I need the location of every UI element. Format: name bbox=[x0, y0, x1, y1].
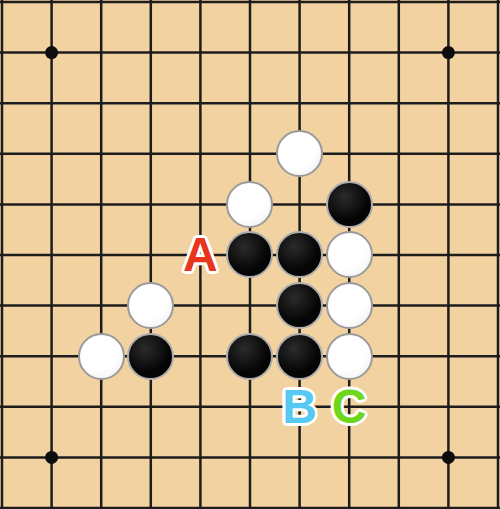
black-stone bbox=[276, 333, 323, 380]
white-stone bbox=[326, 231, 373, 278]
go-board[interactable]: ABC bbox=[0, 0, 500, 509]
white-stone bbox=[276, 130, 323, 177]
black-stone bbox=[326, 181, 373, 228]
white-stone bbox=[326, 282, 373, 329]
black-stone bbox=[226, 231, 273, 278]
white-stone bbox=[226, 181, 273, 228]
black-stone bbox=[226, 333, 273, 380]
piece-grid: ABC bbox=[0, 0, 500, 509]
move-label-b[interactable]: B bbox=[282, 383, 317, 431]
black-stone bbox=[127, 333, 174, 380]
white-stone bbox=[326, 333, 373, 380]
black-stone bbox=[276, 282, 323, 329]
white-stone bbox=[78, 333, 125, 380]
white-stone bbox=[127, 282, 174, 329]
move-label-a[interactable]: A bbox=[183, 231, 218, 279]
black-stone bbox=[276, 231, 323, 278]
move-label-c[interactable]: C bbox=[332, 383, 367, 431]
